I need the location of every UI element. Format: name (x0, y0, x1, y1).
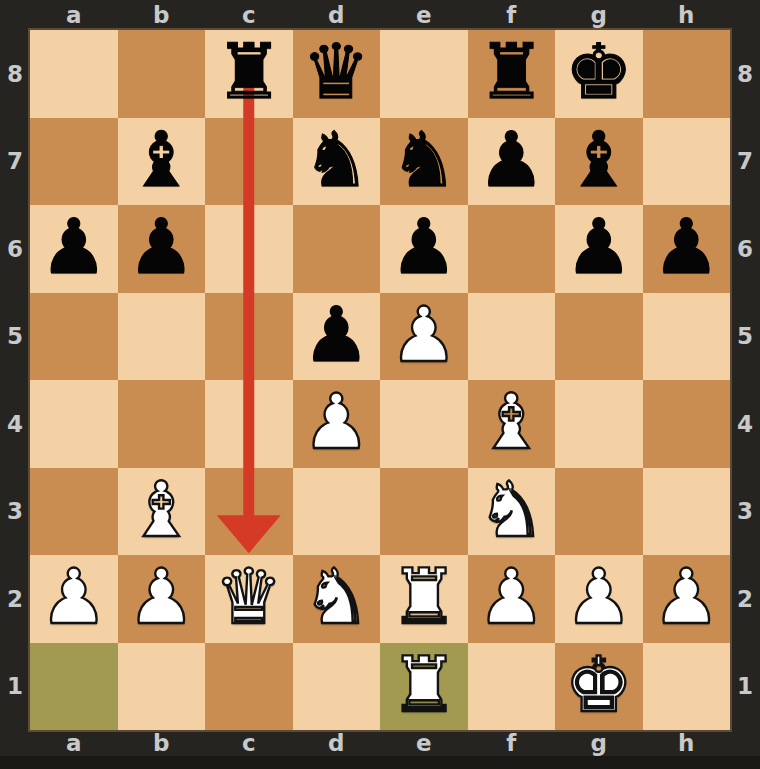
square-h3[interactable] (643, 468, 731, 556)
rank-label-3: 3 (0, 468, 30, 556)
square-c8[interactable]: ♜ (205, 30, 293, 118)
square-b1[interactable] (118, 643, 206, 731)
file-label-d: d (293, 730, 381, 756)
square-d8[interactable]: ♛ (293, 30, 381, 118)
piece-white-rook[interactable]: ♜ (380, 555, 468, 643)
square-h1[interactable] (643, 643, 731, 731)
piece-white-pawn[interactable]: ♟ (293, 380, 381, 468)
piece-black-pawn[interactable]: ♟ (118, 205, 206, 293)
rank-label-6: 6 (0, 205, 30, 293)
piece-black-king[interactable]: ♚ (555, 30, 643, 118)
file-label-b: b (118, 0, 206, 30)
square-c6[interactable] (205, 205, 293, 293)
square-h4[interactable] (643, 380, 731, 468)
square-c3[interactable] (205, 468, 293, 556)
square-b3[interactable]: ♝ (118, 468, 206, 556)
rank-label-1: 1 (730, 643, 760, 731)
square-c4[interactable] (205, 380, 293, 468)
square-d5[interactable]: ♟ (293, 293, 381, 381)
square-a4[interactable] (30, 380, 118, 468)
square-f8[interactable]: ♜ (468, 30, 556, 118)
file-label-c: c (205, 0, 293, 30)
square-d6[interactable] (293, 205, 381, 293)
rank-label-3: 3 (730, 468, 760, 556)
square-a3[interactable] (30, 468, 118, 556)
square-e2[interactable]: ♜ (380, 555, 468, 643)
piece-black-knight[interactable]: ♞ (293, 118, 381, 206)
square-a7[interactable] (30, 118, 118, 206)
rank-label-4: 4 (730, 380, 760, 468)
square-b4[interactable] (118, 380, 206, 468)
square-g3[interactable] (555, 468, 643, 556)
piece-white-pawn[interactable]: ♟ (643, 555, 731, 643)
piece-black-knight[interactable]: ♞ (380, 118, 468, 206)
square-b5[interactable] (118, 293, 206, 381)
file-label-d: d (293, 0, 381, 30)
piece-black-rook[interactable]: ♜ (205, 30, 293, 118)
square-f2[interactable]: ♟ (468, 555, 556, 643)
square-e3[interactable] (380, 468, 468, 556)
square-e1[interactable]: ♜ (380, 643, 468, 731)
rank-label-1: 1 (0, 643, 30, 731)
square-e5[interactable]: ♟ (380, 293, 468, 381)
piece-white-queen[interactable]: ♛ (205, 555, 293, 643)
square-e8[interactable] (380, 30, 468, 118)
rank-label-5: 5 (0, 293, 30, 381)
piece-black-pawn[interactable]: ♟ (293, 293, 381, 381)
file-label-h: h (643, 730, 731, 756)
piece-white-pawn[interactable]: ♟ (468, 555, 556, 643)
rank-labels-right: 87654321 (730, 30, 760, 730)
piece-white-knight[interactable]: ♞ (468, 468, 556, 556)
square-f1[interactable] (468, 643, 556, 731)
rank-label-5: 5 (730, 293, 760, 381)
piece-white-pawn[interactable]: ♟ (30, 555, 118, 643)
rank-label-4: 4 (0, 380, 30, 468)
rank-label-8: 8 (0, 30, 30, 118)
piece-black-queen[interactable]: ♛ (293, 30, 381, 118)
file-labels-bottom: abcdefgh (30, 730, 730, 756)
piece-black-pawn[interactable]: ♟ (555, 205, 643, 293)
file-label-g: g (555, 0, 643, 30)
square-f7[interactable]: ♟ (468, 118, 556, 206)
square-h5[interactable] (643, 293, 731, 381)
square-h8[interactable] (643, 30, 731, 118)
bottom-frame-strip (0, 756, 760, 769)
file-label-a: a (30, 730, 118, 756)
square-a1[interactable] (30, 643, 118, 731)
square-c5[interactable] (205, 293, 293, 381)
square-g8[interactable]: ♚ (555, 30, 643, 118)
rank-labels-left: 87654321 (0, 30, 30, 730)
square-h7[interactable] (643, 118, 731, 206)
square-d7[interactable]: ♞ (293, 118, 381, 206)
file-label-g: g (555, 730, 643, 756)
file-label-h: h (643, 0, 731, 30)
square-h6[interactable]: ♟ (643, 205, 731, 293)
square-c1[interactable] (205, 643, 293, 731)
piece-white-rook[interactable]: ♜ (380, 643, 468, 731)
piece-black-pawn[interactable]: ♟ (643, 205, 731, 293)
square-a6[interactable]: ♟ (30, 205, 118, 293)
piece-black-bishop[interactable]: ♝ (118, 118, 206, 206)
square-g5[interactable] (555, 293, 643, 381)
rank-label-2: 2 (0, 555, 30, 643)
square-c7[interactable] (205, 118, 293, 206)
square-g1[interactable]: ♚ (555, 643, 643, 731)
square-b6[interactable]: ♟ (118, 205, 206, 293)
square-a5[interactable] (30, 293, 118, 381)
chess-app-window: abcdefgh 87654321 87654321 abcdefgh ♜♛♜♚… (0, 0, 760, 769)
file-label-f: f (468, 730, 556, 756)
rank-label-8: 8 (730, 30, 760, 118)
piece-white-pawn[interactable]: ♟ (118, 555, 206, 643)
piece-white-knight[interactable]: ♞ (293, 555, 381, 643)
square-d1[interactable] (293, 643, 381, 731)
piece-black-rook[interactable]: ♜ (468, 30, 556, 118)
square-b7[interactable]: ♝ (118, 118, 206, 206)
square-h2[interactable]: ♟ (643, 555, 731, 643)
square-b8[interactable] (118, 30, 206, 118)
file-labels-top: abcdefgh (30, 0, 730, 30)
square-f3[interactable]: ♞ (468, 468, 556, 556)
file-label-b: b (118, 730, 206, 756)
square-d2[interactable]: ♞ (293, 555, 381, 643)
file-label-f: f (468, 0, 556, 30)
square-g4[interactable] (555, 380, 643, 468)
square-e4[interactable] (380, 380, 468, 468)
piece-white-pawn[interactable]: ♟ (380, 293, 468, 381)
rank-label-6: 6 (730, 205, 760, 293)
file-label-e: e (380, 730, 468, 756)
square-g7[interactable]: ♝ (555, 118, 643, 206)
square-e7[interactable]: ♞ (380, 118, 468, 206)
square-f6[interactable] (468, 205, 556, 293)
piece-black-bishop[interactable]: ♝ (555, 118, 643, 206)
square-g2[interactable]: ♟ (555, 555, 643, 643)
piece-white-bishop[interactable]: ♝ (118, 468, 206, 556)
chess-board[interactable]: ♜♛♜♚♝♞♞♟♝♟♟♟♟♟♟♟♟♝♝♞♟♟♛♞♜♟♟♟♜♚ (30, 30, 730, 730)
piece-white-king[interactable]: ♚ (555, 643, 643, 731)
rank-label-7: 7 (0, 118, 30, 206)
file-label-e: e (380, 0, 468, 30)
rank-label-2: 2 (730, 555, 760, 643)
piece-white-bishop[interactable]: ♝ (468, 380, 556, 468)
piece-black-pawn[interactable]: ♟ (468, 118, 556, 206)
piece-black-pawn[interactable]: ♟ (30, 205, 118, 293)
square-d3[interactable] (293, 468, 381, 556)
square-c2[interactable]: ♛ (205, 555, 293, 643)
square-e6[interactable]: ♟ (380, 205, 468, 293)
square-b2[interactable]: ♟ (118, 555, 206, 643)
file-label-c: c (205, 730, 293, 756)
square-a8[interactable] (30, 30, 118, 118)
square-d4[interactable]: ♟ (293, 380, 381, 468)
square-g6[interactable]: ♟ (555, 205, 643, 293)
file-label-a: a (30, 0, 118, 30)
square-f5[interactable] (468, 293, 556, 381)
square-a2[interactable]: ♟ (30, 555, 118, 643)
rank-label-7: 7 (730, 118, 760, 206)
piece-white-pawn[interactable]: ♟ (555, 555, 643, 643)
piece-black-pawn[interactable]: ♟ (380, 205, 468, 293)
square-f4[interactable]: ♝ (468, 380, 556, 468)
